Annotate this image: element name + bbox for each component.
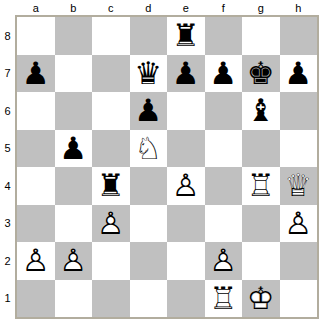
rank-label-7: 7 bbox=[0, 55, 15, 93]
square-f3[interactable] bbox=[205, 205, 243, 243]
rank-label-6: 6 bbox=[0, 92, 15, 130]
square-b4[interactable] bbox=[55, 167, 93, 205]
file-label-d: d bbox=[130, 0, 168, 15]
square-g7[interactable]: ♚ bbox=[242, 55, 280, 93]
piece-black-pawn[interactable]: ♟ bbox=[22, 58, 50, 89]
square-f8[interactable] bbox=[205, 17, 243, 55]
square-e2[interactable] bbox=[167, 242, 205, 280]
piece-white-pawn[interactable]: ♟♙ bbox=[22, 245, 50, 276]
square-g2[interactable] bbox=[242, 242, 280, 280]
piece-outline: ♙ bbox=[209, 245, 237, 276]
square-e6[interactable] bbox=[167, 92, 205, 130]
square-f5[interactable] bbox=[205, 130, 243, 168]
square-d2[interactable] bbox=[130, 242, 168, 280]
piece-outline: ♙ bbox=[59, 245, 87, 276]
square-d8[interactable] bbox=[130, 17, 168, 55]
square-c6[interactable] bbox=[92, 92, 130, 130]
piece-glyph: ♟ bbox=[59, 133, 87, 164]
piece-outline: ♖ bbox=[209, 283, 237, 314]
piece-glyph: ♚ bbox=[247, 58, 275, 89]
square-b6[interactable] bbox=[55, 92, 93, 130]
square-b8[interactable] bbox=[55, 17, 93, 55]
piece-glyph: ♟ bbox=[284, 58, 312, 89]
piece-black-pawn[interactable]: ♟ bbox=[172, 58, 200, 89]
square-e8[interactable]: ♜ bbox=[167, 17, 205, 55]
piece-glyph: ♟ bbox=[22, 58, 50, 89]
piece-outline: ♕ bbox=[284, 170, 312, 201]
square-b3[interactable] bbox=[55, 205, 93, 243]
file-label-g: g bbox=[242, 0, 280, 15]
piece-outline: ♔ bbox=[247, 283, 275, 314]
square-e7[interactable]: ♟ bbox=[167, 55, 205, 93]
file-label-h: h bbox=[280, 0, 318, 15]
piece-black-king[interactable]: ♚ bbox=[247, 58, 275, 89]
square-c2[interactable] bbox=[92, 242, 130, 280]
piece-glyph: ♛ bbox=[134, 58, 162, 89]
square-b2[interactable]: ♟♙ bbox=[55, 242, 93, 280]
square-g4[interactable]: ♜♖ bbox=[242, 167, 280, 205]
piece-white-pawn[interactable]: ♟♙ bbox=[209, 245, 237, 276]
square-g3[interactable] bbox=[242, 205, 280, 243]
square-b5[interactable]: ♟ bbox=[55, 130, 93, 168]
square-g6[interactable]: ♝ bbox=[242, 92, 280, 130]
rank-label-2: 2 bbox=[0, 242, 15, 280]
square-g8[interactable] bbox=[242, 17, 280, 55]
file-label-a: a bbox=[17, 0, 55, 15]
piece-white-king[interactable]: ♚♔ bbox=[247, 283, 275, 314]
piece-black-queen[interactable]: ♛ bbox=[134, 58, 162, 89]
piece-black-rook[interactable]: ♜ bbox=[172, 20, 200, 51]
square-f7[interactable]: ♟ bbox=[205, 55, 243, 93]
square-f6[interactable] bbox=[205, 92, 243, 130]
square-d7[interactable]: ♛ bbox=[130, 55, 168, 93]
chess-diagram: a b c d e f g h 8 7 6 5 4 3 2 1 ♜♟♛♟♟♚♟♟… bbox=[0, 0, 320, 320]
square-d4[interactable] bbox=[130, 167, 168, 205]
file-label-c: c bbox=[92, 0, 130, 15]
piece-black-pawn[interactable]: ♟ bbox=[59, 133, 87, 164]
square-a6[interactable] bbox=[17, 92, 55, 130]
square-b7[interactable] bbox=[55, 55, 93, 93]
piece-black-pawn[interactable]: ♟ bbox=[284, 58, 312, 89]
rank-label-1: 1 bbox=[0, 280, 15, 318]
piece-white-pawn[interactable]: ♟♙ bbox=[97, 208, 125, 239]
piece-outline: ♙ bbox=[97, 208, 125, 239]
square-c8[interactable] bbox=[92, 17, 130, 55]
square-f2[interactable]: ♟♙ bbox=[205, 242, 243, 280]
square-e4[interactable]: ♟♙ bbox=[167, 167, 205, 205]
piece-white-rook[interactable]: ♜♖ bbox=[209, 283, 237, 314]
piece-white-queen[interactable]: ♛♕ bbox=[284, 170, 312, 201]
rank-label-5: 5 bbox=[0, 130, 15, 168]
square-c4[interactable]: ♜ bbox=[92, 167, 130, 205]
square-a2[interactable]: ♟♙ bbox=[17, 242, 55, 280]
file-label-b: b bbox=[55, 0, 93, 15]
square-c5[interactable] bbox=[92, 130, 130, 168]
piece-white-rook[interactable]: ♜♖ bbox=[247, 170, 275, 201]
square-e1[interactable] bbox=[167, 280, 205, 318]
square-e3[interactable] bbox=[167, 205, 205, 243]
piece-black-pawn[interactable]: ♟ bbox=[134, 95, 162, 126]
piece-outline: ♘ bbox=[134, 133, 162, 164]
square-a1[interactable] bbox=[17, 280, 55, 318]
square-h3[interactable]: ♟♙ bbox=[280, 205, 318, 243]
square-h6[interactable] bbox=[280, 92, 318, 130]
square-a7[interactable]: ♟ bbox=[17, 55, 55, 93]
square-h4[interactable]: ♛♕ bbox=[280, 167, 318, 205]
piece-glyph: ♟ bbox=[172, 58, 200, 89]
chess-board: ♜♟♛♟♟♚♟♟♝♟♞♘♜♟♙♜♖♛♕♟♙♟♙♟♙♟♙♟♙♜♖♚♔ bbox=[15, 15, 319, 319]
square-f1[interactable]: ♜♖ bbox=[205, 280, 243, 318]
square-d3[interactable] bbox=[130, 205, 168, 243]
square-a8[interactable] bbox=[17, 17, 55, 55]
piece-black-pawn[interactable]: ♟ bbox=[209, 58, 237, 89]
piece-glyph: ♜ bbox=[172, 20, 200, 51]
piece-black-rook[interactable]: ♜ bbox=[97, 170, 125, 201]
square-h8[interactable] bbox=[280, 17, 318, 55]
square-h5[interactable] bbox=[280, 130, 318, 168]
square-a5[interactable] bbox=[17, 130, 55, 168]
piece-black-bishop[interactable]: ♝ bbox=[247, 95, 275, 126]
square-c1[interactable] bbox=[92, 280, 130, 318]
square-e5[interactable] bbox=[167, 130, 205, 168]
piece-outline: ♙ bbox=[284, 208, 312, 239]
square-c3[interactable]: ♟♙ bbox=[92, 205, 130, 243]
square-d6[interactable]: ♟ bbox=[130, 92, 168, 130]
square-h2[interactable] bbox=[280, 242, 318, 280]
square-d1[interactable] bbox=[130, 280, 168, 318]
square-g5[interactable] bbox=[242, 130, 280, 168]
piece-outline: ♙ bbox=[22, 245, 50, 276]
piece-glyph: ♟ bbox=[134, 95, 162, 126]
rank-label-3: 3 bbox=[0, 205, 15, 243]
square-g1[interactable]: ♚♔ bbox=[242, 280, 280, 318]
square-a3[interactable] bbox=[17, 205, 55, 243]
file-labels: a b c d e f g h bbox=[17, 0, 317, 15]
piece-outline: ♖ bbox=[247, 170, 275, 201]
square-b1[interactable] bbox=[55, 280, 93, 318]
file-label-f: f bbox=[205, 0, 243, 15]
piece-outline: ♙ bbox=[172, 170, 200, 201]
square-a4[interactable] bbox=[17, 167, 55, 205]
piece-white-pawn[interactable]: ♟♙ bbox=[172, 170, 200, 201]
square-c7[interactable] bbox=[92, 55, 130, 93]
rank-label-4: 4 bbox=[0, 167, 15, 205]
square-h7[interactable]: ♟ bbox=[280, 55, 318, 93]
piece-glyph: ♝ bbox=[247, 95, 275, 126]
piece-glyph: ♜ bbox=[97, 170, 125, 201]
piece-white-pawn[interactable]: ♟♙ bbox=[59, 245, 87, 276]
piece-glyph: ♟ bbox=[209, 58, 237, 89]
file-label-e: e bbox=[167, 0, 205, 15]
piece-white-pawn[interactable]: ♟♙ bbox=[284, 208, 312, 239]
square-h1[interactable] bbox=[280, 280, 318, 318]
square-d5[interactable]: ♞♘ bbox=[130, 130, 168, 168]
rank-label-8: 8 bbox=[0, 17, 15, 55]
square-f4[interactable] bbox=[205, 167, 243, 205]
rank-labels: 8 7 6 5 4 3 2 1 bbox=[0, 17, 15, 317]
piece-white-knight[interactable]: ♞♘ bbox=[134, 133, 162, 164]
